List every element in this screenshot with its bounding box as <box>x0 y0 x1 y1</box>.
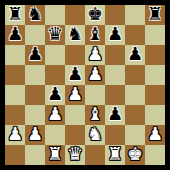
square-a7[interactable]: ♟ <box>5 25 25 45</box>
piece-white-king: ♚ <box>127 145 143 164</box>
square-a4[interactable] <box>5 85 25 105</box>
piece-white-pawn: ♟ <box>87 45 103 64</box>
square-e5[interactable]: ♟ <box>85 65 105 85</box>
square-h2[interactable]: ♟ <box>145 125 165 145</box>
square-b2[interactable]: ♟ <box>25 125 45 145</box>
square-c3[interactable]: ♟ <box>45 105 65 125</box>
chess-board: ♜♞♚♜♟♛♞♝♟♟♟♟♟♟♟♟♟♝♟♟♟♞♟♜♛♜♚ <box>5 5 165 165</box>
square-f2[interactable] <box>105 125 125 145</box>
square-c1[interactable]: ♜ <box>45 145 65 165</box>
piece-white-pawn: ♟ <box>27 125 43 144</box>
square-g3[interactable] <box>125 105 145 125</box>
square-b3[interactable] <box>25 105 45 125</box>
square-a3[interactable] <box>5 105 25 125</box>
square-c6[interactable] <box>45 45 65 65</box>
piece-black-pawn: ♟ <box>47 85 63 104</box>
square-a1[interactable] <box>5 145 25 165</box>
square-c7[interactable]: ♛ <box>45 25 65 45</box>
square-f3[interactable]: ♟ <box>105 105 125 125</box>
chess-board-frame: ♜♞♚♜♟♛♞♝♟♟♟♟♟♟♟♟♟♝♟♟♟♞♟♜♛♜♚ <box>0 0 170 170</box>
square-g1[interactable]: ♚ <box>125 145 145 165</box>
piece-white-pawn: ♟ <box>87 65 103 84</box>
square-f8[interactable] <box>105 5 125 25</box>
piece-black-king: ♚ <box>87 5 103 24</box>
piece-black-pawn: ♟ <box>107 25 123 44</box>
piece-black-rook: ♜ <box>7 5 23 24</box>
square-f7[interactable]: ♟ <box>105 25 125 45</box>
square-h4[interactable] <box>145 85 165 105</box>
piece-black-queen: ♛ <box>47 25 63 44</box>
piece-black-pawn: ♟ <box>67 65 83 84</box>
piece-black-knight: ♞ <box>67 25 83 44</box>
square-e4[interactable] <box>85 85 105 105</box>
square-c2[interactable] <box>45 125 65 145</box>
piece-white-queen: ♛ <box>67 145 83 164</box>
piece-white-pawn: ♟ <box>7 125 23 144</box>
square-b4[interactable] <box>25 85 45 105</box>
square-e7[interactable]: ♝ <box>85 25 105 45</box>
piece-black-pawn: ♟ <box>27 45 43 64</box>
piece-white-pawn: ♟ <box>147 125 163 144</box>
square-c8[interactable] <box>45 5 65 25</box>
piece-black-rook: ♜ <box>147 5 163 24</box>
square-f5[interactable] <box>105 65 125 85</box>
square-d7[interactable]: ♞ <box>65 25 85 45</box>
square-b6[interactable]: ♟ <box>25 45 45 65</box>
square-e6[interactable]: ♟ <box>85 45 105 65</box>
piece-white-pawn: ♟ <box>67 85 83 104</box>
piece-white-knight: ♞ <box>87 125 103 144</box>
square-h5[interactable] <box>145 65 165 85</box>
square-a5[interactable] <box>5 65 25 85</box>
square-h6[interactable] <box>145 45 165 65</box>
square-a8[interactable]: ♜ <box>5 5 25 25</box>
square-g4[interactable] <box>125 85 145 105</box>
square-d3[interactable] <box>65 105 85 125</box>
piece-white-rook: ♜ <box>107 145 123 164</box>
square-f6[interactable] <box>105 45 125 65</box>
square-c5[interactable] <box>45 65 65 85</box>
square-b1[interactable] <box>25 145 45 165</box>
square-d5[interactable]: ♟ <box>65 65 85 85</box>
square-e2[interactable]: ♞ <box>85 125 105 145</box>
square-g5[interactable] <box>125 65 145 85</box>
square-b7[interactable] <box>25 25 45 45</box>
piece-white-pawn: ♟ <box>47 105 63 124</box>
square-h3[interactable] <box>145 105 165 125</box>
square-h1[interactable] <box>145 145 165 165</box>
square-d1[interactable]: ♛ <box>65 145 85 165</box>
piece-black-pawn: ♟ <box>107 105 123 124</box>
square-g7[interactable] <box>125 25 145 45</box>
square-d2[interactable] <box>65 125 85 145</box>
piece-black-bishop: ♝ <box>87 25 103 44</box>
piece-black-pawn: ♟ <box>7 25 23 44</box>
square-c4[interactable]: ♟ <box>45 85 65 105</box>
square-h8[interactable]: ♜ <box>145 5 165 25</box>
square-b8[interactable]: ♞ <box>25 5 45 25</box>
square-e8[interactable]: ♚ <box>85 5 105 25</box>
square-g8[interactable] <box>125 5 145 25</box>
square-e3[interactable]: ♝ <box>85 105 105 125</box>
square-a6[interactable] <box>5 45 25 65</box>
square-h7[interactable] <box>145 25 165 45</box>
square-b5[interactable] <box>25 65 45 85</box>
piece-white-bishop: ♝ <box>87 105 103 124</box>
square-e1[interactable] <box>85 145 105 165</box>
square-d4[interactable]: ♟ <box>65 85 85 105</box>
square-d6[interactable] <box>65 45 85 65</box>
square-a2[interactable]: ♟ <box>5 125 25 145</box>
square-f1[interactable]: ♜ <box>105 145 125 165</box>
piece-white-rook: ♜ <box>47 145 63 164</box>
piece-black-knight: ♞ <box>27 5 43 24</box>
square-g6[interactable]: ♟ <box>125 45 145 65</box>
square-f4[interactable] <box>105 85 125 105</box>
square-g2[interactable] <box>125 125 145 145</box>
piece-black-pawn: ♟ <box>127 45 143 64</box>
square-d8[interactable] <box>65 5 85 25</box>
